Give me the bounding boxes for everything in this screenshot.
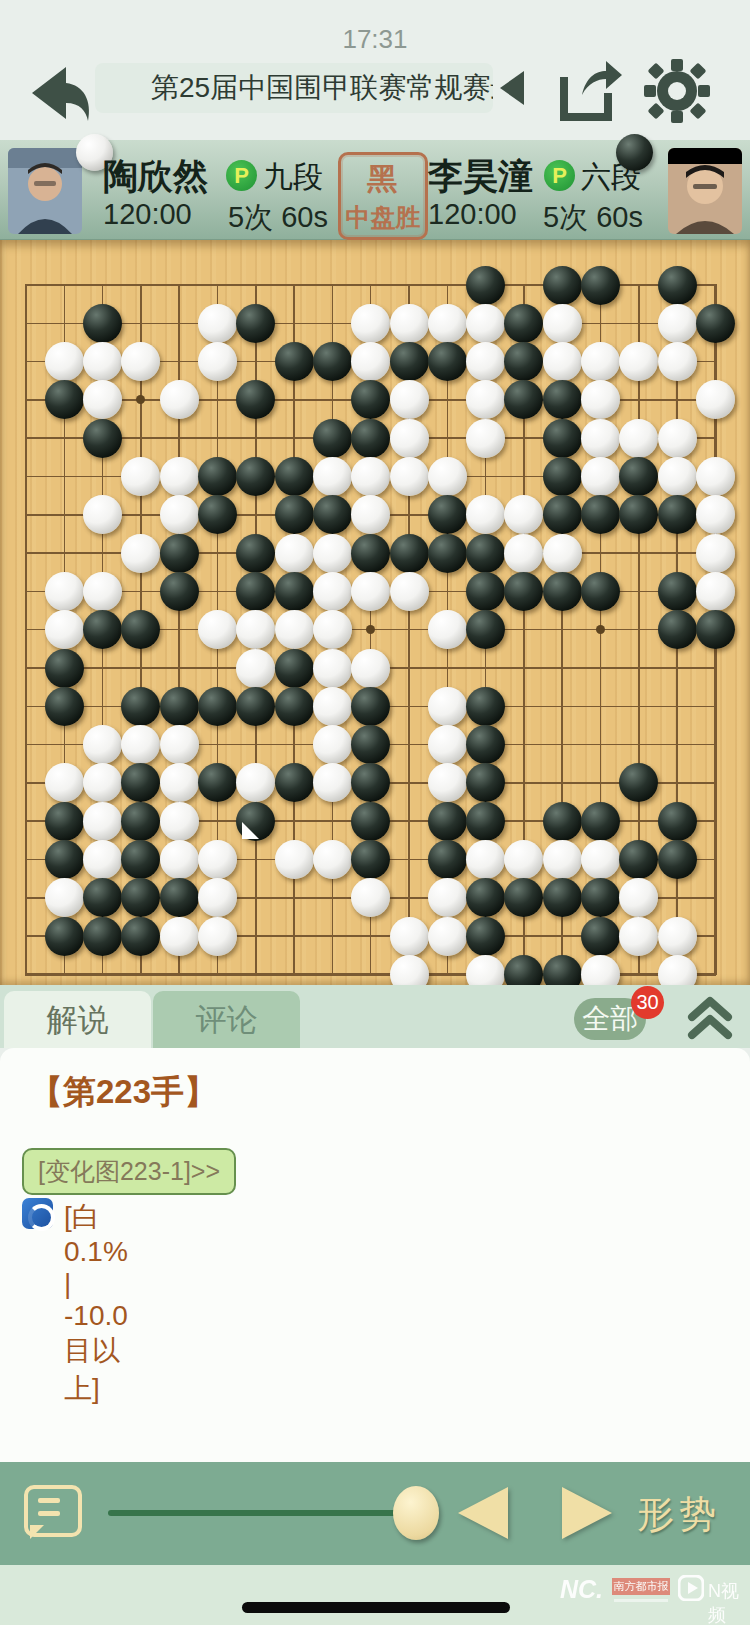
control-bar: 形势 bbox=[0, 1462, 750, 1565]
watermark-subline bbox=[614, 1599, 668, 1602]
share-button[interactable] bbox=[556, 59, 624, 123]
stone-white bbox=[83, 380, 122, 419]
stone-black bbox=[236, 572, 275, 611]
stone-black bbox=[351, 534, 390, 573]
stone-black bbox=[236, 304, 275, 343]
stone-white bbox=[428, 878, 467, 917]
ai-eval-text: [白0.1% | -10.0目以上] bbox=[64, 1198, 128, 1408]
stone-white bbox=[313, 457, 352, 496]
stone-white bbox=[543, 534, 582, 573]
next-move-button[interactable] bbox=[562, 1487, 612, 1539]
left-rank-badge: P bbox=[226, 160, 257, 191]
stone-white bbox=[428, 457, 467, 496]
stone-white bbox=[581, 419, 620, 458]
black-stone-indicator bbox=[616, 134, 653, 171]
stone-white bbox=[83, 495, 122, 534]
stone-black bbox=[466, 610, 505, 649]
stone-white bbox=[83, 572, 122, 611]
stone-black bbox=[658, 495, 697, 534]
stone-white bbox=[428, 687, 467, 726]
chat-icon-tail bbox=[30, 1525, 44, 1539]
stone-white bbox=[275, 840, 314, 879]
match-title: 第25届中国围甲联赛常规赛最终轮 bbox=[95, 63, 493, 113]
stone-white bbox=[581, 380, 620, 419]
stone-white bbox=[504, 840, 543, 879]
result-stamp-line1: 黑 bbox=[341, 159, 425, 200]
stone-black bbox=[351, 419, 390, 458]
stone-black bbox=[504, 304, 543, 343]
move-slider-handle[interactable] bbox=[393, 1486, 439, 1540]
stone-white bbox=[198, 342, 237, 381]
notification-badge: 30 bbox=[631, 986, 664, 1019]
stone-white bbox=[83, 763, 122, 802]
status-time: 17:31 bbox=[0, 24, 750, 55]
stone-white bbox=[543, 304, 582, 343]
share-icon bbox=[556, 59, 624, 123]
stone-white bbox=[696, 572, 735, 611]
stone-white bbox=[83, 840, 122, 879]
stone-black bbox=[121, 610, 160, 649]
right-player-name: 李昊潼 bbox=[428, 153, 533, 200]
stone-black bbox=[428, 840, 467, 879]
stone-black bbox=[581, 878, 620, 917]
collapse-button[interactable] bbox=[686, 993, 734, 1041]
stone-white bbox=[160, 840, 199, 879]
stone-black bbox=[466, 572, 505, 611]
stone-black bbox=[198, 687, 237, 726]
move-number-header: 【第223手】 bbox=[30, 1070, 217, 1115]
stone-black bbox=[275, 495, 314, 534]
stone-black bbox=[581, 917, 620, 956]
stone-black bbox=[504, 878, 543, 917]
stone-black bbox=[275, 342, 314, 381]
stone-white bbox=[236, 610, 275, 649]
nvideo-logo: N视频 bbox=[708, 1579, 745, 1625]
stone-white bbox=[313, 610, 352, 649]
stone-black bbox=[390, 534, 429, 573]
stone-white bbox=[581, 342, 620, 381]
stone-black bbox=[658, 840, 697, 879]
stone-black bbox=[466, 763, 505, 802]
stone-black bbox=[160, 687, 199, 726]
stone-black bbox=[466, 266, 505, 305]
player-bar: 陶欣然 P 九段 120:00 5次 60s 黑 中盘胜 李昊潼 P 六段 12… bbox=[0, 140, 750, 240]
nvideo-play-icon bbox=[678, 1575, 704, 1601]
stone-black bbox=[543, 380, 582, 419]
stone-black bbox=[581, 266, 620, 305]
stone-white bbox=[428, 725, 467, 764]
stone-white bbox=[428, 763, 467, 802]
ai-engine-icon bbox=[22, 1198, 53, 1229]
variation-link[interactable]: [变化图223-1]>> bbox=[22, 1148, 236, 1195]
stone-black bbox=[466, 725, 505, 764]
stone-black bbox=[275, 763, 314, 802]
stone-black bbox=[619, 840, 658, 879]
stone-white bbox=[581, 457, 620, 496]
stone-white bbox=[428, 917, 467, 956]
stone-black bbox=[83, 610, 122, 649]
stone-white bbox=[658, 457, 697, 496]
stone-white bbox=[619, 917, 658, 956]
stone-white bbox=[696, 457, 735, 496]
stone-black bbox=[160, 572, 199, 611]
stone-black bbox=[543, 878, 582, 917]
stone-black bbox=[275, 687, 314, 726]
stone-white bbox=[466, 419, 505, 458]
chat-button[interactable] bbox=[24, 1485, 82, 1537]
stone-black bbox=[543, 419, 582, 458]
stone-black bbox=[658, 610, 697, 649]
stone-white bbox=[83, 342, 122, 381]
stone-black bbox=[504, 572, 543, 611]
stone-white bbox=[45, 572, 84, 611]
stone-white bbox=[351, 304, 390, 343]
stone-black bbox=[428, 495, 467, 534]
stone-white bbox=[428, 304, 467, 343]
stone-black bbox=[658, 802, 697, 841]
stone-black bbox=[45, 649, 84, 688]
stone-white bbox=[351, 457, 390, 496]
stone-black bbox=[160, 878, 199, 917]
stone-white bbox=[504, 534, 543, 573]
star-point bbox=[366, 625, 375, 634]
stone-white bbox=[658, 419, 697, 458]
stone-black bbox=[543, 802, 582, 841]
stone-black bbox=[198, 763, 237, 802]
stone-black bbox=[275, 457, 314, 496]
stone-white bbox=[696, 534, 735, 573]
double-chevron-up-icon bbox=[686, 993, 734, 1041]
stone-black bbox=[83, 917, 122, 956]
stone-black bbox=[351, 380, 390, 419]
left-player-rank: 九段 bbox=[263, 157, 323, 198]
stone-white bbox=[275, 610, 314, 649]
stone-white bbox=[121, 725, 160, 764]
tab-bar: 解说 评论 全部 30 bbox=[0, 985, 750, 1048]
stone-white bbox=[466, 495, 505, 534]
stone-white bbox=[198, 610, 237, 649]
stone-black bbox=[45, 802, 84, 841]
stone-white bbox=[160, 495, 199, 534]
stone-white bbox=[45, 763, 84, 802]
nc-logo: NC. bbox=[560, 1575, 603, 1604]
stone-black bbox=[121, 763, 160, 802]
stone-white bbox=[313, 725, 352, 764]
stone-white bbox=[390, 457, 429, 496]
stone-black bbox=[236, 380, 275, 419]
stone-black bbox=[581, 802, 620, 841]
stone-black bbox=[351, 725, 390, 764]
stone-white bbox=[198, 304, 237, 343]
stone-white bbox=[428, 610, 467, 649]
stone-black bbox=[543, 457, 582, 496]
stone-white bbox=[390, 380, 429, 419]
stone-black bbox=[83, 419, 122, 458]
stone-black bbox=[236, 687, 275, 726]
stone-black bbox=[658, 572, 697, 611]
stone-black bbox=[543, 572, 582, 611]
result-stamp: 黑 中盘胜 bbox=[338, 152, 428, 240]
stone-black bbox=[543, 266, 582, 305]
stone-white bbox=[543, 840, 582, 879]
footer-strip: NC. 南方都市报 N视频 bbox=[0, 1565, 750, 1625]
stone-white bbox=[313, 687, 352, 726]
stone-white bbox=[696, 380, 735, 419]
stone-white bbox=[658, 342, 697, 381]
stone-white bbox=[313, 763, 352, 802]
app-screen: 17:31 第25届中国围甲联赛常规赛最终轮 bbox=[0, 0, 750, 1625]
stone-white bbox=[619, 878, 658, 917]
move-slider-track[interactable] bbox=[108, 1510, 420, 1516]
stone-white bbox=[121, 457, 160, 496]
stone-black bbox=[313, 342, 352, 381]
title-marquee[interactable]: 第25届中国围甲联赛常规赛最终轮 bbox=[95, 63, 493, 113]
stone-black bbox=[428, 534, 467, 573]
left-player-periods: 5次 60s bbox=[228, 198, 328, 238]
stone-white bbox=[160, 725, 199, 764]
stone-black bbox=[45, 917, 84, 956]
stone-black bbox=[619, 763, 658, 802]
star-point bbox=[596, 625, 605, 634]
stone-black bbox=[428, 342, 467, 381]
stone-black bbox=[390, 342, 429, 381]
stone-white bbox=[45, 610, 84, 649]
go-board[interactable] bbox=[0, 240, 750, 985]
stone-white bbox=[313, 649, 352, 688]
stone-white bbox=[121, 534, 160, 573]
stone-white bbox=[351, 495, 390, 534]
stone-black bbox=[466, 802, 505, 841]
stone-white bbox=[351, 572, 390, 611]
avatar-left-photo bbox=[8, 148, 82, 234]
newspaper-badge: 南方都市报 bbox=[612, 1578, 670, 1595]
stone-black bbox=[121, 687, 160, 726]
gear-icon bbox=[642, 57, 712, 125]
previous-move-button[interactable] bbox=[458, 1487, 508, 1539]
stone-white bbox=[160, 763, 199, 802]
stone-black bbox=[160, 534, 199, 573]
stone-black bbox=[466, 687, 505, 726]
stone-white bbox=[658, 917, 697, 956]
stone-white bbox=[390, 304, 429, 343]
stone-black bbox=[45, 687, 84, 726]
stone-black bbox=[351, 687, 390, 726]
stone-black bbox=[696, 304, 735, 343]
stone-white bbox=[160, 380, 199, 419]
stone-black bbox=[313, 495, 352, 534]
stone-black bbox=[543, 495, 582, 534]
stone-black bbox=[466, 917, 505, 956]
stone-black bbox=[504, 380, 543, 419]
stone-white bbox=[390, 917, 429, 956]
stone-white bbox=[619, 419, 658, 458]
settings-button[interactable] bbox=[642, 57, 712, 125]
stone-black bbox=[275, 649, 314, 688]
stone-white bbox=[658, 304, 697, 343]
marquee-arrow-icon bbox=[500, 71, 524, 105]
left-player-name: 陶欣然 bbox=[103, 153, 208, 200]
stone-white bbox=[390, 419, 429, 458]
stone-black bbox=[121, 802, 160, 841]
chat-icon bbox=[38, 1511, 60, 1516]
stone-black bbox=[236, 457, 275, 496]
watermark: NC. 南方都市报 N视频 bbox=[560, 1573, 745, 1613]
stone-white bbox=[236, 649, 275, 688]
star-point bbox=[136, 395, 145, 404]
stone-black bbox=[466, 878, 505, 917]
commentary-panel: 【第223手】 [变化图223-1]>> [白0.1% | -10.0目以上] bbox=[0, 1048, 750, 1462]
stone-black bbox=[351, 763, 390, 802]
back-button[interactable] bbox=[22, 63, 94, 127]
stone-black bbox=[198, 495, 237, 534]
stone-white bbox=[390, 572, 429, 611]
stone-white bbox=[466, 342, 505, 381]
stone-black bbox=[121, 840, 160, 879]
avatar-left-player[interactable] bbox=[8, 148, 82, 234]
stone-black bbox=[351, 840, 390, 879]
stone-black bbox=[121, 917, 160, 956]
stone-white bbox=[351, 649, 390, 688]
stone-black bbox=[236, 534, 275, 573]
stone-white bbox=[543, 342, 582, 381]
stone-white bbox=[83, 725, 122, 764]
stone-black bbox=[619, 495, 658, 534]
stone-black bbox=[45, 380, 84, 419]
tab-comments[interactable]: 评论 bbox=[153, 991, 300, 1048]
stone-black bbox=[581, 495, 620, 534]
stone-white bbox=[504, 495, 543, 534]
stone-black bbox=[83, 304, 122, 343]
stone-black bbox=[696, 610, 735, 649]
stone-black bbox=[504, 342, 543, 381]
stone-black bbox=[466, 534, 505, 573]
stone-black bbox=[83, 878, 122, 917]
stone-white bbox=[198, 917, 237, 956]
stone-white bbox=[313, 572, 352, 611]
avatar-right-player[interactable] bbox=[668, 148, 742, 234]
stone-white bbox=[351, 342, 390, 381]
stone-white bbox=[275, 534, 314, 573]
stone-black bbox=[351, 802, 390, 841]
stone-black bbox=[275, 572, 314, 611]
stone-white bbox=[198, 840, 237, 879]
stone-black bbox=[198, 457, 237, 496]
avatar-right-photo bbox=[668, 148, 742, 234]
tab-commentary[interactable]: 解说 bbox=[4, 991, 151, 1048]
right-rank-badge: P bbox=[544, 160, 575, 191]
stone-white bbox=[121, 342, 160, 381]
result-stamp-line2: 中盘胜 bbox=[341, 201, 425, 234]
stone-white bbox=[45, 342, 84, 381]
stone-black bbox=[619, 457, 658, 496]
last-move-marker bbox=[242, 822, 259, 839]
back-arrow-icon bbox=[22, 63, 94, 127]
stone-black bbox=[121, 878, 160, 917]
stone-white bbox=[351, 878, 390, 917]
stone-white bbox=[160, 917, 199, 956]
stone-black bbox=[658, 266, 697, 305]
stone-black bbox=[236, 802, 275, 841]
stone-white bbox=[236, 763, 275, 802]
stone-white bbox=[45, 878, 84, 917]
stone-white bbox=[160, 802, 199, 841]
status-bar: 17:31 bbox=[0, 0, 750, 55]
stone-white bbox=[313, 534, 352, 573]
left-player-time: 120:00 bbox=[103, 198, 192, 231]
stone-white bbox=[466, 304, 505, 343]
chat-icon bbox=[38, 1498, 60, 1503]
stone-white bbox=[83, 802, 122, 841]
nav-bar: 第25届中国围甲联赛常规赛最终轮 bbox=[0, 55, 750, 140]
analysis-button[interactable]: 形势 bbox=[637, 1490, 721, 1540]
stone-white bbox=[619, 342, 658, 381]
stone-white bbox=[466, 380, 505, 419]
stone-white bbox=[466, 840, 505, 879]
stone-white bbox=[160, 457, 199, 496]
stone-white bbox=[581, 840, 620, 879]
stone-white bbox=[198, 878, 237, 917]
stone-black bbox=[428, 802, 467, 841]
stone-white bbox=[696, 495, 735, 534]
stone-black bbox=[45, 840, 84, 879]
right-player-periods: 5次 60s bbox=[543, 198, 643, 238]
stone-black bbox=[313, 419, 352, 458]
stone-white bbox=[313, 840, 352, 879]
stone-black bbox=[581, 572, 620, 611]
right-player-time: 120:00 bbox=[428, 198, 517, 231]
home-indicator[interactable] bbox=[242, 1602, 510, 1613]
